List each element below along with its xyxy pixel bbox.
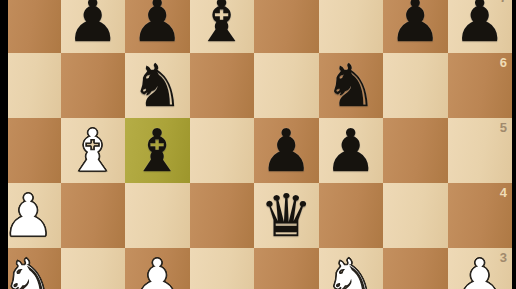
black-pawn-f5[interactable]: ♟ xyxy=(324,121,377,180)
square-a3[interactable]: ♞ xyxy=(0,248,61,289)
square-f3[interactable]: ♞ xyxy=(319,248,384,289)
rank-label-4: 4 xyxy=(500,186,507,199)
square-h6[interactable]: 6 xyxy=(448,53,513,118)
square-e3[interactable] xyxy=(254,248,319,289)
white-pawn-h3[interactable]: ♟ xyxy=(453,251,506,289)
square-e6[interactable] xyxy=(254,53,319,118)
square-d4[interactable] xyxy=(190,183,255,248)
square-c5[interactable]: ♝ xyxy=(125,118,190,183)
black-queen-e4[interactable]: ♛ xyxy=(260,186,313,245)
black-bishop-c5[interactable]: ♝ xyxy=(131,121,184,180)
chess-board: ♟♟♝♟♟7♞♞6♝♝♟♟5♟♛4♞♟♞♟3 xyxy=(0,0,512,289)
square-g6[interactable] xyxy=(383,53,448,118)
rank-label-6: 6 xyxy=(500,56,507,69)
square-b7[interactable]: ♟ xyxy=(61,0,126,53)
square-e4[interactable]: ♛ xyxy=(254,183,319,248)
rank-label-5: 5 xyxy=(500,121,507,134)
square-g7[interactable]: ♟ xyxy=(383,0,448,53)
black-bishop-d7[interactable]: ♝ xyxy=(195,0,248,50)
square-c3[interactable]: ♟ xyxy=(125,248,190,289)
white-bishop-b5[interactable]: ♝ xyxy=(66,121,119,180)
square-b4[interactable] xyxy=(61,183,126,248)
letterbox-right-bar xyxy=(512,0,516,289)
black-knight-f6[interactable]: ♞ xyxy=(324,56,377,115)
square-h3[interactable]: ♟3 xyxy=(448,248,513,289)
square-a6[interactable] xyxy=(0,53,61,118)
video-frame: ♟♟♝♟♟7♞♞6♝♝♟♟5♟♛4♞♟♞♟3 xyxy=(0,0,516,289)
square-f4[interactable] xyxy=(319,183,384,248)
square-c6[interactable]: ♞ xyxy=(125,53,190,118)
square-g3[interactable] xyxy=(383,248,448,289)
square-f6[interactable]: ♞ xyxy=(319,53,384,118)
black-pawn-h7[interactable]: ♟ xyxy=(453,0,506,50)
white-pawn-c3[interactable]: ♟ xyxy=(131,251,184,289)
rank-label-7: 7 xyxy=(500,0,507,4)
square-g5[interactable] xyxy=(383,118,448,183)
black-pawn-e5[interactable]: ♟ xyxy=(260,121,313,180)
square-d3[interactable] xyxy=(190,248,255,289)
square-d5[interactable] xyxy=(190,118,255,183)
square-g4[interactable] xyxy=(383,183,448,248)
white-pawn-a4[interactable]: ♟ xyxy=(2,186,55,245)
black-pawn-b7[interactable]: ♟ xyxy=(66,0,119,50)
square-a7[interactable] xyxy=(0,0,61,53)
letterbox-left-bar xyxy=(0,0,8,289)
black-knight-c6[interactable]: ♞ xyxy=(131,56,184,115)
square-e5[interactable]: ♟ xyxy=(254,118,319,183)
square-c7[interactable]: ♟ xyxy=(125,0,190,53)
square-f5[interactable]: ♟ xyxy=(319,118,384,183)
rank-label-3: 3 xyxy=(500,251,507,264)
square-c4[interactable] xyxy=(125,183,190,248)
white-knight-a3[interactable]: ♞ xyxy=(2,251,55,289)
square-a5[interactable] xyxy=(0,118,61,183)
square-f7[interactable] xyxy=(319,0,384,53)
black-pawn-g7[interactable]: ♟ xyxy=(389,0,442,50)
square-b3[interactable] xyxy=(61,248,126,289)
square-e7[interactable] xyxy=(254,0,319,53)
square-b6[interactable] xyxy=(61,53,126,118)
white-knight-f3[interactable]: ♞ xyxy=(324,251,377,289)
square-d7[interactable]: ♝ xyxy=(190,0,255,53)
square-h4[interactable]: 4 xyxy=(448,183,513,248)
square-a4[interactable]: ♟ xyxy=(0,183,61,248)
square-b5[interactable]: ♝ xyxy=(61,118,126,183)
square-d6[interactable] xyxy=(190,53,255,118)
square-h5[interactable]: 5 xyxy=(448,118,513,183)
black-pawn-c7[interactable]: ♟ xyxy=(131,0,184,50)
square-h7[interactable]: ♟7 xyxy=(448,0,513,53)
